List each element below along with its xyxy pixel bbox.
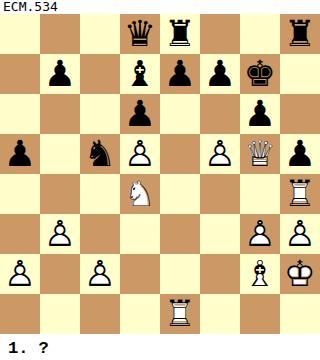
square-e2[interactable] — [160, 254, 200, 294]
square-c6[interactable] — [80, 94, 120, 134]
white-rook-fill: ♜ — [280, 174, 320, 214]
square-h8[interactable]: ♜ — [280, 14, 320, 54]
white-rook-fill: ♜ — [160, 294, 200, 334]
white-bishop-fill: ♝ — [240, 254, 280, 294]
square-f2[interactable] — [200, 254, 240, 294]
square-h2[interactable]: ♚♔ — [280, 254, 320, 294]
black-pawn-icon: ♟ — [240, 94, 280, 134]
square-a6[interactable] — [0, 94, 40, 134]
white-pawn-icon: ♙ — [40, 214, 80, 254]
square-e5[interactable] — [160, 134, 200, 174]
square-d1[interactable] — [120, 294, 160, 334]
black-rook-icon: ♜ — [160, 14, 200, 54]
square-f4[interactable] — [200, 174, 240, 214]
white-pawn-icon: ♙ — [80, 254, 120, 294]
square-a4[interactable] — [0, 174, 40, 214]
white-pawn-fill: ♟ — [280, 214, 320, 254]
black-knight-icon: ♞ — [80, 134, 120, 174]
square-g7[interactable]: ♚ — [240, 54, 280, 94]
move-prompt: 1. ? — [0, 339, 320, 358]
square-a3[interactable] — [0, 214, 40, 254]
square-a5[interactable]: ♟ — [0, 134, 40, 174]
square-c8[interactable] — [80, 14, 120, 54]
white-pawn-icon: ♙ — [200, 134, 240, 174]
square-g6[interactable]: ♟ — [240, 94, 280, 134]
square-d2[interactable] — [120, 254, 160, 294]
white-queen-fill: ♛ — [240, 134, 280, 174]
square-a1[interactable] — [0, 294, 40, 334]
square-b8[interactable] — [40, 14, 80, 54]
square-b1[interactable] — [40, 294, 80, 334]
black-pawn-icon: ♟ — [200, 54, 240, 94]
square-a7[interactable] — [0, 54, 40, 94]
white-pawn-fill: ♟ — [200, 134, 240, 174]
puzzle-title: ECM.534 — [0, 0, 320, 14]
square-f3[interactable] — [200, 214, 240, 254]
white-pawn-fill: ♟ — [120, 134, 160, 174]
black-pawn-icon: ♟ — [120, 94, 160, 134]
square-d8[interactable]: ♛ — [120, 14, 160, 54]
white-pawn-fill: ♟ — [0, 254, 40, 294]
black-pawn-icon: ♟ — [0, 134, 40, 174]
square-c2[interactable]: ♟♙ — [80, 254, 120, 294]
black-king-icon: ♚ — [240, 54, 280, 94]
square-d7[interactable]: ♝ — [120, 54, 160, 94]
square-f1[interactable] — [200, 294, 240, 334]
white-pawn-fill: ♟ — [40, 214, 80, 254]
black-pawn-icon: ♟ — [40, 54, 80, 94]
square-f8[interactable] — [200, 14, 240, 54]
square-f7[interactable]: ♟ — [200, 54, 240, 94]
black-rook-icon: ♜ — [280, 14, 320, 54]
white-pawn-icon: ♙ — [280, 214, 320, 254]
black-bishop-icon: ♝ — [120, 54, 160, 94]
black-pawn-icon: ♟ — [280, 134, 320, 174]
black-queen-icon: ♛ — [120, 14, 160, 54]
square-c5[interactable]: ♞ — [80, 134, 120, 174]
white-king-fill: ♚ — [280, 254, 320, 294]
square-h1[interactable] — [280, 294, 320, 334]
square-e4[interactable] — [160, 174, 200, 214]
black-pawn-icon: ♟ — [160, 54, 200, 94]
square-g4[interactable] — [240, 174, 280, 214]
square-g1[interactable] — [240, 294, 280, 334]
white-rook-icon: ♖ — [280, 174, 320, 214]
white-bishop-icon: ♗ — [240, 254, 280, 294]
square-e8[interactable]: ♜ — [160, 14, 200, 54]
white-rook-icon: ♖ — [160, 294, 200, 334]
square-g3[interactable]: ♟♙ — [240, 214, 280, 254]
square-d4[interactable]: ♞♘ — [120, 174, 160, 214]
square-e7[interactable]: ♟ — [160, 54, 200, 94]
square-d3[interactable] — [120, 214, 160, 254]
white-pawn-icon: ♙ — [240, 214, 280, 254]
square-b5[interactable] — [40, 134, 80, 174]
square-f6[interactable] — [200, 94, 240, 134]
white-knight-icon: ♘ — [120, 174, 160, 214]
white-queen-icon: ♕ — [240, 134, 280, 174]
square-f5[interactable]: ♟♙ — [200, 134, 240, 174]
square-e6[interactable] — [160, 94, 200, 134]
square-b2[interactable] — [40, 254, 80, 294]
square-g8[interactable] — [240, 14, 280, 54]
square-c7[interactable] — [80, 54, 120, 94]
square-e3[interactable] — [160, 214, 200, 254]
square-a2[interactable]: ♟♙ — [0, 254, 40, 294]
white-knight-fill: ♞ — [120, 174, 160, 214]
square-h7[interactable] — [280, 54, 320, 94]
chess-board: ♛♜♜♟♝♟♟♚♟♟♟♞♟♙♟♙♛♕♟♞♘♜♖♟♙♟♙♟♙♟♙♟♙♝♗♚♔♜♖ — [0, 14, 320, 334]
square-h4[interactable]: ♜♖ — [280, 174, 320, 214]
square-e1[interactable]: ♜♖ — [160, 294, 200, 334]
square-b7[interactable]: ♟ — [40, 54, 80, 94]
square-g2[interactable]: ♝♗ — [240, 254, 280, 294]
square-c4[interactable] — [80, 174, 120, 214]
square-b6[interactable] — [40, 94, 80, 134]
square-c1[interactable] — [80, 294, 120, 334]
chess-puzzle-window: ECM.534 ♛♜♜♟♝♟♟♚♟♟♟♞♟♙♟♙♛♕♟♞♘♜♖♟♙♟♙♟♙♟♙♟… — [0, 0, 320, 360]
square-b4[interactable] — [40, 174, 80, 214]
square-d6[interactable]: ♟ — [120, 94, 160, 134]
square-h5[interactable]: ♟ — [280, 134, 320, 174]
white-pawn-icon: ♙ — [120, 134, 160, 174]
square-a8[interactable] — [0, 14, 40, 54]
square-h3[interactable]: ♟♙ — [280, 214, 320, 254]
square-b3[interactable]: ♟♙ — [40, 214, 80, 254]
white-king-icon: ♔ — [280, 254, 320, 294]
square-g5[interactable]: ♛♕ — [240, 134, 280, 174]
square-d5[interactable]: ♟♙ — [120, 134, 160, 174]
white-pawn-icon: ♙ — [0, 254, 40, 294]
square-c3[interactable] — [80, 214, 120, 254]
square-h6[interactable] — [280, 94, 320, 134]
white-pawn-fill: ♟ — [240, 214, 280, 254]
white-pawn-fill: ♟ — [80, 254, 120, 294]
